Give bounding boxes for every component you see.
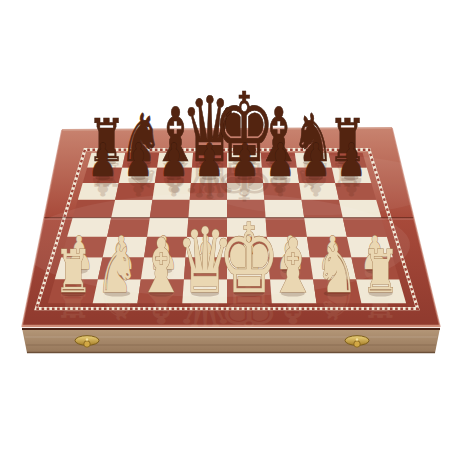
piece-light-N-b1: ♞♞ (96, 231, 139, 327)
chess-board: ♜♜♞♞♝♝♛♛♚♚♝♝♞♞♜♜♟♟♟♟♟♟♟♟♟♟♟♟♟♟♟♟♟♟♟♟♟♟♟♟… (0, 0, 450, 450)
svg-text:♟: ♟ (265, 134, 295, 187)
piece-light-R-h1: ♜♜ (362, 237, 400, 324)
svg-text:♜: ♜ (54, 237, 92, 306)
chess-set-photo-scene: ♜♜♞♞♝♝♛♛♚♚♝♝♞♞♜♜♟♟♟♟♟♟♟♟♟♟♟♟♟♟♟♟♟♟♟♟♟♟♟♟… (0, 0, 450, 450)
piece-dark-P-g7: ♟♟ (301, 134, 331, 202)
svg-text:♜: ♜ (362, 237, 400, 306)
piece-dark-P-d7: ♟♟ (194, 134, 224, 202)
svg-text:♝: ♝ (269, 222, 317, 309)
svg-text:♟: ♟ (123, 134, 153, 187)
svg-text:♟: ♟ (230, 134, 260, 187)
svg-text:♟: ♟ (159, 134, 189, 187)
svg-text:♟: ♟ (194, 134, 224, 187)
svg-text:♞: ♞ (96, 231, 139, 308)
piece-dark-P-f7: ♟♟ (265, 134, 295, 202)
svg-text:♟: ♟ (336, 134, 366, 187)
piece-light-B-f1: ♝♝ (269, 222, 317, 333)
piece-dark-P-b7: ♟♟ (123, 134, 153, 202)
piece-light-N-g1: ♞♞ (315, 231, 358, 327)
svg-text:♞: ♞ (315, 231, 358, 308)
piece-dark-P-c7: ♟♟ (159, 134, 189, 202)
piece-dark-P-a7: ♟♟ (88, 134, 118, 202)
chess-board-svg: ♜♜♞♞♝♝♛♛♚♚♝♝♞♞♜♜♟♟♟♟♟♟♟♟♟♟♟♟♟♟♟♟♟♟♟♟♟♟♟♟… (0, 0, 450, 450)
piece-dark-P-e7: ♟♟ (230, 134, 260, 202)
piece-light-R-a1: ♜♜ (54, 237, 92, 324)
piece-dark-P-h7: ♟♟ (336, 134, 366, 202)
svg-text:♟: ♟ (301, 134, 331, 187)
svg-text:♟: ♟ (88, 134, 118, 187)
